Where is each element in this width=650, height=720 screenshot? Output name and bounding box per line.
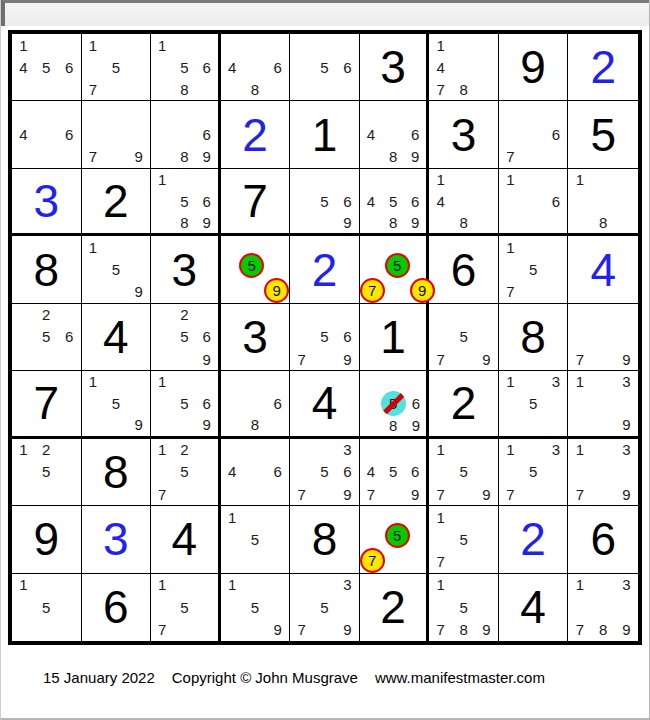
cell-r7c2[interactable]: 8 [82,439,152,506]
pencil-slot-5: 5 [452,461,475,483]
pencil-slot-6 [127,393,150,414]
solved-digit-blue: 2 [312,247,338,293]
cell-r2c7[interactable]: 3 [429,101,499,168]
cell-r3c5[interactable]: 569 [290,169,360,236]
pencil-mark-grid: 1257 [151,439,218,505]
pencil-mark-grid: 15 [221,506,290,572]
pencil-slot-3 [58,439,81,461]
candidate-2: 2 [42,441,50,458]
candidate-5-green-circle: 5 [385,523,410,548]
cell-r5c6[interactable]: 1 [360,304,430,371]
pencil-slot-3 [266,34,289,56]
cell-r6c3[interactable]: 1569 [151,371,221,438]
pencil-slot-4 [221,596,244,618]
cell-r3c8[interactable]: 16 [499,169,569,236]
cell-r1c1[interactable]: 1456 [12,34,82,101]
candidate-9: 9 [622,621,630,638]
pencil-slot-8 [522,414,545,435]
pencil-slot-4: 4 [429,56,452,78]
pencil-slot-2 [382,169,404,190]
cell-r8c5[interactable]: 8 [290,506,360,573]
pencil-slot-2 [385,236,410,252]
pencil-slot-3 [615,304,638,326]
cell-r6c2[interactable]: 159 [82,371,152,438]
pencil-slot-9 [58,619,81,641]
pencil-mark-grid: 59 [221,236,290,302]
pencil-slot-9: 9 [406,416,427,436]
pencil-slot-7 [360,416,381,436]
pencil-slot-7: 7 [290,483,313,505]
cell-r8c1[interactable]: 9 [12,506,82,573]
candidate-5: 5 [251,599,259,616]
pencil-slot-2 [385,506,410,522]
cell-r9c1[interactable]: 15 [12,574,82,641]
pencil-slot-7: 7 [429,78,452,100]
pencil-slot-5: 5 [35,596,58,618]
cell-r8c8[interactable]: 2 [499,506,569,573]
pencil-mark-grid: 15 [12,574,81,641]
cell-r1c8[interactable]: 9 [499,34,569,101]
candidate-6: 6 [411,463,419,480]
cell-r2c8[interactable]: 67 [499,101,569,168]
pencil-slot-4 [360,523,385,548]
pencil-slot-7 [221,550,244,572]
pencil-slot-6 [58,596,81,618]
candidate-7: 7 [437,486,445,503]
pencil-slot-2 [592,169,615,190]
pencil-slot-5 [592,461,615,483]
pencil-slot-8 [244,483,267,505]
candidate-7: 7 [437,553,445,570]
pencil-slot-9: 9 [615,414,638,435]
pencil-slot-8: 8 [452,212,475,233]
cell-r1c7[interactable]: 1478 [429,34,499,101]
pencil-slot-1 [290,304,313,326]
pencil-slot-9: 9 [336,348,359,370]
pencil-slot-9 [336,78,359,100]
pencil-slot-2 [35,101,58,123]
cell-r4c2[interactable]: 159 [82,236,152,303]
pencil-slot-4: 4 [221,461,244,483]
pencil-slot-9 [475,550,498,572]
pencil-slot-5: 5 [173,190,195,211]
candidate-5: 5 [112,261,120,278]
sudoku-board: 1456157156846856314789246796892146893675… [8,30,642,645]
pencil-slot-3: 3 [615,574,638,596]
candidate-8: 8 [389,214,397,231]
pencil-slot-2 [239,236,264,252]
pencil-slot-9: 9 [266,619,289,641]
cell-r7c4[interactable]: 46 [221,439,291,506]
pencil-slot-8: 8 [244,414,267,435]
candidate-7-yellow-circle: 7 [360,548,385,573]
candidate-7: 7 [506,148,514,165]
cell-r4c5[interactable]: 2 [290,236,360,303]
cell-r8c4[interactable]: 15 [221,506,291,573]
cell-r5c7[interactable]: 579 [429,304,499,371]
cell-r3c2[interactable]: 2 [82,169,152,236]
cell-r7c7[interactable]: 1579 [429,439,499,506]
pencil-slot-7: 7 [290,619,313,641]
pencil-slot-1: 1 [151,439,173,461]
cell-r1c4[interactable]: 468 [221,34,291,101]
pencil-slot-2 [244,34,267,56]
pencil-slot-1: 1 [151,574,173,596]
cell-r2c1[interactable]: 46 [12,101,82,168]
pencil-slot-9 [195,483,217,505]
cell-r5c4[interactable]: 3 [221,304,291,371]
page: 1456157156846856314789246796892146893675… [0,0,650,720]
pencil-slot-5: 5 [35,326,58,348]
pencil-slot-2 [313,304,336,326]
pencil-slot-5 [522,124,545,146]
pencil-slot-1: 1 [499,236,522,258]
cell-r9c9[interactable]: 13789 [568,574,638,641]
pencil-slot-8 [244,550,267,572]
pencil-slot-8 [452,348,475,370]
pencil-slot-2 [452,304,475,326]
pencil-slot-5 [592,596,615,618]
candidate-1: 1 [437,509,445,526]
candidate-1: 1 [89,37,97,54]
pencil-slot-6: 6 [336,326,359,348]
pencil-slot-4 [290,596,313,618]
candidate-3: 3 [622,441,630,458]
pencil-slot-2 [452,439,475,461]
candidate-9: 9 [411,486,419,503]
pencil-slot-5: 5 [385,523,410,548]
pencil-slot-3 [266,439,289,461]
candidate-4: 4 [437,193,445,210]
pencil-slot-3 [127,101,150,123]
cell-r3c7[interactable]: 148 [429,169,499,236]
cell-r4c8[interactable]: 157 [499,236,569,303]
candidate-6: 6 [343,59,351,76]
cell-r9c4[interactable]: 159 [221,574,291,641]
candidate-5: 5 [529,463,537,480]
cell-r2c4[interactable]: 2 [221,101,291,168]
pencil-slot-6 [264,253,289,278]
pencil-slot-1: 1 [82,236,105,258]
candidate-5: 5 [529,261,537,278]
cell-r6c5[interactable]: 4 [290,371,360,438]
pencil-slot-7 [12,146,35,168]
pencil-mark-grid: 13789 [568,574,638,641]
pencil-slot-6: 6 [336,461,359,483]
candidate-1: 1 [506,441,514,458]
pencil-slot-4 [82,258,105,280]
cell-r4c1[interactable]: 8 [12,236,82,303]
candidate-5: 5 [42,599,50,616]
pencil-slot-1: 1 [429,439,452,461]
cell-r6c6[interactable]: 5689 [360,371,430,438]
pencil-mark-grid: 579 [429,304,498,370]
cell-r2c9[interactable]: 5 [568,101,638,168]
pencil-slot-1: 1 [151,371,173,392]
candidate-4: 4 [228,463,236,480]
candidate-1: 1 [19,441,27,458]
pencil-slot-7 [12,619,35,641]
pencil-slot-3 [475,574,498,596]
pencil-slot-4 [568,393,591,414]
pencil-slot-6 [410,523,427,548]
cell-r6c7[interactable]: 2 [429,371,499,438]
cell-r3c1[interactable]: 3 [12,169,82,236]
candidate-9: 9 [622,416,630,433]
pencil-slot-4: 4 [221,56,244,78]
pencil-slot-1: 1 [499,371,522,392]
pencil-slot-3 [195,101,217,123]
pencil-slot-7: 7 [499,146,522,168]
pencil-slot-4 [151,461,173,483]
pencil-slot-3: 3 [615,439,638,461]
pencil-slot-5: 5 [381,391,406,416]
candidate-2: 2 [180,441,188,458]
pencil-slot-7 [429,212,452,233]
cell-r8c9[interactable]: 6 [568,506,638,573]
pencil-slot-3 [410,506,427,522]
candidate-6: 6 [274,395,282,412]
candidate-3: 3 [552,373,560,390]
pencil-slot-7 [151,212,173,233]
candidate-7: 7 [89,148,97,165]
cell-r3c9[interactable]: 18 [568,169,638,236]
candidate-9: 9 [135,283,143,300]
solved-digit: 2 [103,178,129,224]
pencil-slot-2 [592,574,615,596]
cell-r6c1[interactable]: 7 [12,371,82,438]
cell-r9c8[interactable]: 4 [499,574,569,641]
candidate-7: 7 [437,621,445,638]
pencil-slot-6 [266,528,289,550]
solved-digit: 8 [520,314,546,360]
cell-r4c4[interactable]: 59 [221,236,291,303]
candidate-3: 3 [622,373,630,390]
pencil-slot-7 [568,212,591,233]
solved-digit: 8 [33,247,59,293]
candidate-5: 5 [180,395,188,412]
candidate-6: 6 [274,59,282,76]
cell-r1c3[interactable]: 1568 [151,34,221,101]
pencil-slot-4 [360,253,385,278]
cell-r9c5[interactable]: 3579 [290,574,360,641]
pencil-slot-5: 5 [385,253,410,278]
pencil-slot-8: 8 [382,212,404,233]
pencil-slot-9 [266,483,289,505]
pencil-slot-4 [429,461,452,483]
cell-r4c9[interactable]: 4 [568,236,638,303]
candidate-1: 1 [89,373,97,390]
cell-r3c6[interactable]: 45689 [360,169,430,236]
candidate-1: 1 [158,37,166,54]
cell-r9c2[interactable]: 6 [82,574,152,641]
pencil-slot-5: 5 [522,258,545,280]
pencil-slot-3: 3 [615,371,638,392]
cell-r9c3[interactable]: 157 [151,574,221,641]
cell-r4c3[interactable]: 3 [151,236,221,303]
pencil-slot-8: 8 [381,416,406,436]
pencil-slot-5 [244,393,267,414]
pencil-mark-grid: 56 [290,34,359,100]
pencil-slot-5 [173,124,195,146]
cell-r6c4[interactable]: 68 [221,371,291,438]
pencil-slot-5 [382,124,404,146]
cell-r7c8[interactable]: 1357 [499,439,569,506]
pencil-slot-2 [452,574,475,596]
cell-r2c6[interactable]: 4689 [360,101,430,168]
candidate-5: 5 [389,193,397,210]
pencil-slot-7 [221,414,244,435]
solved-digit-blue: 4 [590,247,616,293]
pencil-slot-7 [12,78,35,100]
pencil-slot-6: 6 [266,461,289,483]
candidate-5: 5 [180,328,188,345]
pencil-slot-1 [290,439,313,461]
cell-r7c9[interactable]: 1379 [568,439,638,506]
pencil-slot-2 [382,101,404,123]
pencil-slot-7 [360,146,382,168]
pencil-slot-5: 5 [244,596,267,618]
pencil-slot-1 [221,236,240,252]
pencil-slot-2: 2 [35,439,58,461]
pencil-slot-7 [12,348,35,370]
candidate-1: 1 [158,171,166,188]
cell-r8c7[interactable]: 157 [429,506,499,573]
pencil-slot-4 [221,253,240,278]
cell-r5c5[interactable]: 5679 [290,304,360,371]
candidate-1: 1 [158,576,166,593]
candidate-4: 4 [367,463,375,480]
pencil-mark-grid: 16 [499,169,568,233]
pencil-slot-1 [568,304,591,326]
pencil-slot-3 [195,371,217,392]
pencil-slot-2 [522,101,545,123]
cell-r5c8[interactable]: 8 [499,304,569,371]
candidate-1: 1 [89,239,97,256]
candidate-9: 9 [482,351,490,368]
pencil-slot-2 [592,439,615,461]
pencil-slot-1 [360,101,382,123]
pencil-slot-3 [404,169,426,190]
cell-r8c2[interactable]: 3 [82,506,152,573]
cell-r9c7[interactable]: 15789 [429,574,499,641]
pencil-mark-grid: 1379 [568,439,638,505]
cell-r2c2[interactable]: 79 [82,101,152,168]
pencil-slot-1: 1 [221,574,244,596]
candidate-5: 5 [251,531,259,548]
pencil-slot-6: 6 [195,56,217,78]
pencil-slot-9 [266,78,289,100]
cell-r1c9[interactable]: 2 [568,34,638,101]
pencil-slot-9 [58,78,81,100]
cell-r7c6[interactable]: 45679 [360,439,430,506]
pencil-slot-6: 6 [545,124,568,146]
candidate-6: 6 [411,193,419,210]
cell-r4c6[interactable]: 579 [360,236,430,303]
cell-r7c5[interactable]: 35679 [290,439,360,506]
candidate-8: 8 [180,81,188,98]
pencil-slot-8 [522,212,545,233]
pencil-slot-3 [475,169,498,190]
cell-r8c6[interactable]: 57 [360,506,430,573]
cell-r9c6[interactable]: 2 [360,574,430,641]
cell-r3c4[interactable]: 7 [221,169,291,236]
candidate-5: 5 [529,395,537,412]
pencil-slot-2 [522,439,545,461]
candidate-3: 3 [552,441,560,458]
candidate-9: 9 [482,486,490,503]
cell-r2c5[interactable]: 1 [290,101,360,168]
cell-r1c2[interactable]: 157 [82,34,152,101]
cell-r3c3[interactable]: 15689 [151,169,221,236]
pencil-slot-2 [313,34,336,56]
pencil-slot-2 [452,169,475,190]
cell-r1c5[interactable]: 56 [290,34,360,101]
pencil-slot-7: 7 [568,348,591,370]
candidate-5: 5 [459,599,467,616]
cell-r4c7[interactable]: 6 [429,236,499,303]
pencil-slot-6 [475,528,498,550]
pencil-slot-4 [499,258,522,280]
pencil-slot-8 [313,619,336,641]
solved-digit: 9 [33,516,59,562]
cell-r5c1[interactable]: 256 [12,304,82,371]
pencil-slot-1: 1 [429,34,452,56]
pencil-slot-1: 1 [568,371,591,392]
candidate-5: 5 [459,531,467,548]
candidate-7: 7 [506,283,514,300]
pencil-slot-7 [151,348,173,370]
pencil-slot-3 [58,34,81,56]
cell-r1c6[interactable]: 3 [360,34,430,101]
pencil-slot-9: 9 [475,483,498,505]
pencil-slot-8 [35,483,58,505]
cell-r5c3[interactable]: 2569 [151,304,221,371]
cell-r7c3[interactable]: 1257 [151,439,221,506]
pencil-slot-5: 5 [382,461,404,483]
pencil-slot-7 [499,212,522,233]
cell-r8c3[interactable]: 4 [151,506,221,573]
candidate-7: 7 [576,486,584,503]
pencil-slot-7: 7 [290,348,313,370]
cell-r6c8[interactable]: 135 [499,371,569,438]
pencil-mark-grid: 45679 [360,439,427,505]
pencil-slot-4 [290,190,313,211]
candidate-7: 7 [576,351,584,368]
pencil-slot-9 [266,550,289,572]
cell-r5c9[interactable]: 79 [568,304,638,371]
candidate-5: 5 [42,463,50,480]
cell-r2c3[interactable]: 689 [151,101,221,168]
pencil-slot-4 [499,461,522,483]
candidate-9: 9 [411,214,419,231]
candidate-1: 1 [19,576,27,593]
pencil-slot-6: 6 [545,190,568,211]
pencil-slot-5: 5 [313,190,336,211]
cell-r5c2[interactable]: 4 [82,304,152,371]
pencil-slot-2 [382,439,404,461]
candidate-8: 8 [389,417,397,434]
cell-r6c9[interactable]: 139 [568,371,638,438]
pencil-slot-3 [545,101,568,123]
pencil-mark-grid: 157 [429,506,498,572]
pencil-slot-2 [592,371,615,392]
pencil-slot-4 [568,596,591,618]
candidate-6: 6 [552,126,560,143]
candidate-2: 2 [42,306,50,323]
cell-r7c1[interactable]: 125 [12,439,82,506]
pencil-slot-7 [290,212,313,233]
